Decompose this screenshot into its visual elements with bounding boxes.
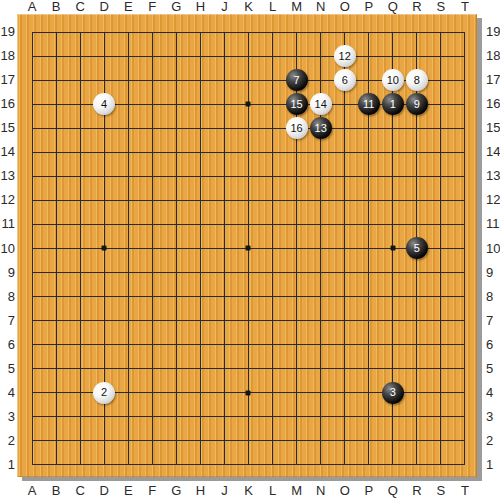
board-intersection[interactable] bbox=[309, 212, 333, 236]
board-intersection[interactable] bbox=[188, 116, 212, 140]
board-intersection[interactable] bbox=[164, 20, 188, 44]
board-intersection[interactable] bbox=[453, 285, 477, 309]
board-intersection[interactable] bbox=[140, 140, 164, 164]
board-intersection[interactable] bbox=[357, 261, 381, 285]
board-intersection[interactable] bbox=[116, 116, 140, 140]
board-intersection[interactable] bbox=[116, 429, 140, 453]
board-intersection[interactable] bbox=[188, 92, 212, 116]
board-intersection[interactable] bbox=[261, 164, 285, 188]
board-intersection[interactable] bbox=[116, 188, 140, 212]
board-intersection[interactable] bbox=[261, 68, 285, 92]
board-intersection[interactable] bbox=[140, 261, 164, 285]
board-intersection[interactable] bbox=[188, 140, 212, 164]
board-intersection[interactable] bbox=[20, 20, 44, 44]
board-intersection[interactable] bbox=[164, 261, 188, 285]
board-intersection[interactable] bbox=[285, 212, 309, 236]
board-intersection[interactable] bbox=[164, 429, 188, 453]
board-intersection[interactable] bbox=[68, 333, 92, 357]
board-intersection[interactable] bbox=[164, 381, 188, 405]
board-intersection[interactable]: 7 bbox=[285, 68, 309, 92]
board-intersection[interactable] bbox=[92, 309, 116, 333]
board-intersection[interactable] bbox=[20, 453, 44, 477]
board-intersection[interactable] bbox=[164, 44, 188, 68]
board-intersection[interactable] bbox=[429, 357, 453, 381]
board-intersection[interactable] bbox=[261, 285, 285, 309]
board-intersection[interactable] bbox=[44, 333, 68, 357]
board-intersection[interactable] bbox=[357, 188, 381, 212]
board-intersection[interactable] bbox=[357, 20, 381, 44]
board-intersection[interactable] bbox=[236, 140, 260, 164]
board-intersection[interactable] bbox=[236, 309, 260, 333]
board-intersection[interactable] bbox=[261, 405, 285, 429]
board-intersection[interactable] bbox=[309, 333, 333, 357]
board-intersection[interactable]: 10 bbox=[381, 68, 405, 92]
board-intersection[interactable] bbox=[140, 164, 164, 188]
board-intersection[interactable] bbox=[20, 261, 44, 285]
board-intersection[interactable] bbox=[44, 116, 68, 140]
board-intersection[interactable] bbox=[212, 20, 236, 44]
board-intersection[interactable] bbox=[212, 261, 236, 285]
board-intersection[interactable] bbox=[357, 44, 381, 68]
board-intersection[interactable] bbox=[333, 381, 357, 405]
board-intersection[interactable] bbox=[309, 140, 333, 164]
board-intersection[interactable] bbox=[20, 285, 44, 309]
board-intersection[interactable] bbox=[92, 116, 116, 140]
board-intersection[interactable] bbox=[44, 236, 68, 260]
board-intersection[interactable] bbox=[405, 164, 429, 188]
board-intersection[interactable] bbox=[333, 357, 357, 381]
board-intersection[interactable] bbox=[188, 261, 212, 285]
board-intersection[interactable]: 14 bbox=[309, 92, 333, 116]
board-intersection[interactable] bbox=[92, 188, 116, 212]
board-intersection[interactable] bbox=[261, 212, 285, 236]
board-intersection[interactable] bbox=[44, 453, 68, 477]
board-intersection[interactable] bbox=[140, 429, 164, 453]
board-intersection[interactable] bbox=[92, 333, 116, 357]
board-intersection[interactable] bbox=[44, 212, 68, 236]
board-intersection[interactable] bbox=[116, 164, 140, 188]
board-intersection[interactable] bbox=[333, 285, 357, 309]
board-intersection[interactable] bbox=[381, 140, 405, 164]
board-intersection[interactable] bbox=[164, 116, 188, 140]
board-intersection[interactable] bbox=[309, 405, 333, 429]
board-intersection[interactable] bbox=[429, 453, 453, 477]
board-intersection[interactable] bbox=[309, 164, 333, 188]
board-intersection[interactable] bbox=[164, 309, 188, 333]
board-intersection[interactable] bbox=[140, 212, 164, 236]
board-intersection[interactable] bbox=[20, 309, 44, 333]
board-intersection[interactable] bbox=[92, 164, 116, 188]
board-intersection[interactable] bbox=[381, 429, 405, 453]
board-intersection[interactable] bbox=[164, 236, 188, 260]
board-intersection[interactable] bbox=[92, 140, 116, 164]
board-intersection[interactable] bbox=[309, 44, 333, 68]
board-intersection[interactable] bbox=[20, 405, 44, 429]
board-intersection[interactable] bbox=[68, 212, 92, 236]
board-intersection[interactable] bbox=[357, 381, 381, 405]
board-intersection[interactable] bbox=[20, 68, 44, 92]
board-intersection[interactable] bbox=[405, 140, 429, 164]
board-intersection[interactable] bbox=[381, 236, 405, 260]
board-intersection[interactable] bbox=[333, 140, 357, 164]
board-intersection[interactable] bbox=[92, 405, 116, 429]
board-intersection[interactable] bbox=[357, 405, 381, 429]
board-intersection[interactable] bbox=[212, 116, 236, 140]
board-intersection[interactable] bbox=[236, 357, 260, 381]
board-intersection[interactable] bbox=[261, 381, 285, 405]
board-intersection[interactable] bbox=[116, 212, 140, 236]
board-intersection[interactable] bbox=[188, 212, 212, 236]
board-intersection[interactable] bbox=[333, 20, 357, 44]
board-intersection[interactable] bbox=[261, 453, 285, 477]
board-intersection[interactable] bbox=[44, 381, 68, 405]
board-intersection[interactable] bbox=[116, 453, 140, 477]
board-intersection[interactable] bbox=[309, 429, 333, 453]
board-intersection[interactable] bbox=[285, 164, 309, 188]
board-intersection[interactable]: 1 bbox=[381, 92, 405, 116]
board-intersection[interactable] bbox=[236, 453, 260, 477]
board-intersection[interactable] bbox=[429, 405, 453, 429]
board-intersection[interactable] bbox=[116, 285, 140, 309]
board-intersection[interactable] bbox=[236, 44, 260, 68]
board-intersection[interactable] bbox=[405, 381, 429, 405]
board-intersection[interactable]: 11 bbox=[357, 92, 381, 116]
board-intersection[interactable] bbox=[188, 357, 212, 381]
board-intersection[interactable] bbox=[381, 333, 405, 357]
board-intersection[interactable] bbox=[285, 236, 309, 260]
board-intersection[interactable] bbox=[44, 429, 68, 453]
board-intersection[interactable] bbox=[236, 68, 260, 92]
board-intersection[interactable] bbox=[20, 140, 44, 164]
board-intersection[interactable] bbox=[212, 44, 236, 68]
board-intersection[interactable] bbox=[261, 188, 285, 212]
board-intersection[interactable] bbox=[453, 116, 477, 140]
board-intersection[interactable] bbox=[285, 140, 309, 164]
board-intersection[interactable] bbox=[357, 453, 381, 477]
board-intersection[interactable] bbox=[212, 236, 236, 260]
board-intersection[interactable] bbox=[357, 140, 381, 164]
board-intersection[interactable] bbox=[68, 188, 92, 212]
board-intersection[interactable] bbox=[188, 405, 212, 429]
board-intersection[interactable] bbox=[405, 285, 429, 309]
board-intersection[interactable] bbox=[188, 44, 212, 68]
board-intersection[interactable] bbox=[285, 188, 309, 212]
board-intersection[interactable] bbox=[44, 92, 68, 116]
board-intersection[interactable] bbox=[405, 44, 429, 68]
board-intersection[interactable] bbox=[164, 285, 188, 309]
board-intersection[interactable] bbox=[164, 68, 188, 92]
board-intersection[interactable] bbox=[429, 212, 453, 236]
board-intersection[interactable] bbox=[429, 236, 453, 260]
board-intersection[interactable] bbox=[68, 92, 92, 116]
board-intersection[interactable] bbox=[381, 188, 405, 212]
board-intersection[interactable] bbox=[92, 357, 116, 381]
board-intersection[interactable] bbox=[357, 429, 381, 453]
board-intersection[interactable] bbox=[309, 261, 333, 285]
board-intersection[interactable] bbox=[20, 164, 44, 188]
board-intersection[interactable] bbox=[429, 309, 453, 333]
board-intersection[interactable] bbox=[429, 333, 453, 357]
board-intersection[interactable] bbox=[309, 20, 333, 44]
board-intersection[interactable] bbox=[261, 261, 285, 285]
board-intersection[interactable]: 12 bbox=[333, 44, 357, 68]
board-intersection[interactable] bbox=[405, 261, 429, 285]
board-intersection[interactable] bbox=[333, 333, 357, 357]
board-intersection[interactable] bbox=[405, 309, 429, 333]
board-intersection[interactable] bbox=[333, 309, 357, 333]
board-intersection[interactable] bbox=[44, 188, 68, 212]
board-intersection[interactable] bbox=[261, 116, 285, 140]
board-intersection[interactable] bbox=[68, 357, 92, 381]
board-intersection[interactable] bbox=[453, 20, 477, 44]
board-intersection[interactable] bbox=[188, 381, 212, 405]
board-intersection[interactable] bbox=[381, 116, 405, 140]
board-intersection[interactable]: 5 bbox=[405, 236, 429, 260]
board-intersection[interactable] bbox=[261, 236, 285, 260]
board-intersection[interactable] bbox=[116, 261, 140, 285]
board-intersection[interactable] bbox=[357, 309, 381, 333]
board-intersection[interactable] bbox=[188, 333, 212, 357]
board-intersection[interactable] bbox=[164, 212, 188, 236]
board-intersection[interactable] bbox=[164, 333, 188, 357]
board-intersection[interactable] bbox=[140, 453, 164, 477]
board-intersection[interactable] bbox=[285, 453, 309, 477]
board-intersection[interactable] bbox=[92, 261, 116, 285]
board-intersection[interactable] bbox=[44, 285, 68, 309]
board-intersection[interactable] bbox=[212, 285, 236, 309]
board-intersection[interactable] bbox=[405, 20, 429, 44]
board-intersection[interactable] bbox=[429, 92, 453, 116]
board-intersection[interactable] bbox=[188, 68, 212, 92]
board-intersection[interactable] bbox=[164, 405, 188, 429]
board-intersection[interactable] bbox=[140, 405, 164, 429]
board-intersection[interactable] bbox=[188, 429, 212, 453]
board-intersection[interactable] bbox=[309, 381, 333, 405]
board-intersection[interactable] bbox=[68, 405, 92, 429]
board-intersection[interactable] bbox=[92, 236, 116, 260]
board-intersection[interactable]: 16 bbox=[285, 116, 309, 140]
board-intersection[interactable] bbox=[212, 429, 236, 453]
board-intersection[interactable] bbox=[44, 44, 68, 68]
board-intersection[interactable] bbox=[236, 333, 260, 357]
board-intersection[interactable] bbox=[333, 164, 357, 188]
board-intersection[interactable] bbox=[333, 116, 357, 140]
board-intersection[interactable] bbox=[68, 164, 92, 188]
board-intersection[interactable]: 2 bbox=[92, 381, 116, 405]
board-intersection[interactable] bbox=[261, 140, 285, 164]
board-intersection[interactable] bbox=[309, 188, 333, 212]
board-intersection[interactable]: 9 bbox=[405, 92, 429, 116]
board-intersection[interactable] bbox=[285, 405, 309, 429]
board-intersection[interactable] bbox=[429, 381, 453, 405]
board-intersection[interactable] bbox=[333, 453, 357, 477]
board-intersection[interactable] bbox=[92, 20, 116, 44]
board-intersection[interactable] bbox=[116, 309, 140, 333]
board-intersection[interactable] bbox=[381, 453, 405, 477]
board-intersection[interactable] bbox=[68, 116, 92, 140]
board-intersection[interactable] bbox=[92, 44, 116, 68]
board-intersection[interactable] bbox=[429, 116, 453, 140]
board-intersection[interactable] bbox=[453, 405, 477, 429]
board-intersection[interactable]: 4 bbox=[92, 92, 116, 116]
board-intersection[interactable] bbox=[20, 92, 44, 116]
board-intersection[interactable] bbox=[453, 164, 477, 188]
board-intersection[interactable] bbox=[68, 68, 92, 92]
board-intersection[interactable] bbox=[116, 236, 140, 260]
board-intersection[interactable] bbox=[405, 453, 429, 477]
board-intersection[interactable] bbox=[236, 285, 260, 309]
board-intersection[interactable] bbox=[381, 309, 405, 333]
board-intersection[interactable] bbox=[261, 333, 285, 357]
board-intersection[interactable] bbox=[116, 381, 140, 405]
board-intersection[interactable] bbox=[68, 261, 92, 285]
board-intersection[interactable] bbox=[285, 357, 309, 381]
board-intersection[interactable] bbox=[236, 212, 260, 236]
board-intersection[interactable] bbox=[453, 188, 477, 212]
board-intersection[interactable] bbox=[212, 357, 236, 381]
board-intersection[interactable] bbox=[188, 236, 212, 260]
board-intersection[interactable] bbox=[140, 381, 164, 405]
board-intersection[interactable] bbox=[44, 20, 68, 44]
board-intersection[interactable] bbox=[236, 20, 260, 44]
board-intersection[interactable] bbox=[453, 453, 477, 477]
board-intersection[interactable] bbox=[212, 188, 236, 212]
board-intersection[interactable] bbox=[453, 309, 477, 333]
board-intersection[interactable] bbox=[212, 212, 236, 236]
board-intersection[interactable] bbox=[68, 309, 92, 333]
board-intersection[interactable] bbox=[20, 381, 44, 405]
board-intersection[interactable] bbox=[405, 116, 429, 140]
board-intersection[interactable] bbox=[140, 357, 164, 381]
board-intersection[interactable] bbox=[429, 68, 453, 92]
board-intersection[interactable] bbox=[333, 429, 357, 453]
board-intersection[interactable] bbox=[429, 20, 453, 44]
board-intersection[interactable] bbox=[381, 164, 405, 188]
board-intersection[interactable] bbox=[116, 92, 140, 116]
board-intersection[interactable] bbox=[188, 164, 212, 188]
board-intersection[interactable] bbox=[429, 44, 453, 68]
board-intersection[interactable] bbox=[381, 285, 405, 309]
board-intersection[interactable] bbox=[453, 44, 477, 68]
board-intersection[interactable] bbox=[333, 405, 357, 429]
board-intersection[interactable] bbox=[164, 453, 188, 477]
board-intersection[interactable] bbox=[357, 116, 381, 140]
board-intersection[interactable] bbox=[92, 68, 116, 92]
board-intersection[interactable] bbox=[333, 212, 357, 236]
board-intersection[interactable] bbox=[405, 357, 429, 381]
board-intersection[interactable]: 8 bbox=[405, 68, 429, 92]
board-intersection[interactable] bbox=[381, 261, 405, 285]
board-intersection[interactable] bbox=[453, 429, 477, 453]
board-intersection[interactable] bbox=[381, 212, 405, 236]
board-intersection[interactable] bbox=[309, 453, 333, 477]
board-intersection[interactable] bbox=[188, 285, 212, 309]
board-intersection[interactable] bbox=[140, 44, 164, 68]
board-intersection[interactable] bbox=[44, 357, 68, 381]
board-intersection[interactable]: 3 bbox=[381, 381, 405, 405]
board-intersection[interactable] bbox=[309, 309, 333, 333]
board-intersection[interactable] bbox=[20, 44, 44, 68]
board-intersection[interactable] bbox=[453, 68, 477, 92]
board-intersection[interactable] bbox=[285, 285, 309, 309]
board-intersection[interactable] bbox=[236, 188, 260, 212]
board-intersection[interactable] bbox=[381, 405, 405, 429]
board-intersection[interactable] bbox=[285, 333, 309, 357]
board-intersection[interactable] bbox=[405, 405, 429, 429]
board-intersection[interactable] bbox=[405, 429, 429, 453]
board-intersection[interactable] bbox=[68, 20, 92, 44]
board-intersection[interactable] bbox=[68, 140, 92, 164]
board-intersection[interactable] bbox=[212, 92, 236, 116]
board-intersection[interactable] bbox=[429, 140, 453, 164]
board-intersection[interactable] bbox=[212, 140, 236, 164]
board-intersection[interactable] bbox=[188, 188, 212, 212]
board-intersection[interactable] bbox=[381, 357, 405, 381]
board-intersection[interactable] bbox=[309, 285, 333, 309]
board-intersection[interactable] bbox=[164, 92, 188, 116]
board-intersection[interactable] bbox=[261, 357, 285, 381]
board-intersection[interactable]: 15 bbox=[285, 92, 309, 116]
board-intersection[interactable] bbox=[236, 164, 260, 188]
board-intersection[interactable]: 6 bbox=[333, 68, 357, 92]
board-intersection[interactable] bbox=[285, 261, 309, 285]
board-intersection[interactable] bbox=[429, 188, 453, 212]
board-intersection[interactable] bbox=[44, 140, 68, 164]
board-intersection[interactable] bbox=[357, 357, 381, 381]
board-intersection[interactable] bbox=[92, 453, 116, 477]
board-intersection[interactable] bbox=[429, 164, 453, 188]
board-intersection[interactable] bbox=[20, 188, 44, 212]
board-intersection[interactable] bbox=[333, 92, 357, 116]
board-intersection[interactable] bbox=[261, 429, 285, 453]
board-intersection[interactable] bbox=[164, 164, 188, 188]
board-intersection[interactable] bbox=[309, 357, 333, 381]
board-intersection[interactable] bbox=[44, 309, 68, 333]
board-intersection[interactable] bbox=[285, 44, 309, 68]
board-intersection[interactable] bbox=[116, 68, 140, 92]
board-intersection[interactable] bbox=[20, 357, 44, 381]
board-intersection[interactable] bbox=[453, 357, 477, 381]
board-intersection[interactable] bbox=[381, 20, 405, 44]
board-intersection[interactable] bbox=[20, 333, 44, 357]
board-intersection[interactable] bbox=[309, 68, 333, 92]
board-intersection[interactable] bbox=[285, 309, 309, 333]
board-intersection[interactable] bbox=[261, 92, 285, 116]
board-intersection[interactable] bbox=[261, 20, 285, 44]
board-intersection[interactable] bbox=[92, 212, 116, 236]
board-intersection[interactable] bbox=[236, 261, 260, 285]
board-intersection[interactable] bbox=[405, 333, 429, 357]
board-intersection[interactable] bbox=[357, 68, 381, 92]
board-intersection[interactable] bbox=[453, 236, 477, 260]
board-intersection[interactable] bbox=[140, 236, 164, 260]
board-intersection[interactable] bbox=[212, 309, 236, 333]
board-intersection[interactable] bbox=[20, 429, 44, 453]
board-intersection[interactable] bbox=[357, 236, 381, 260]
board-intersection[interactable] bbox=[20, 212, 44, 236]
board-intersection[interactable] bbox=[140, 116, 164, 140]
board-intersection[interactable] bbox=[333, 236, 357, 260]
board-intersection[interactable] bbox=[68, 44, 92, 68]
board-intersection[interactable] bbox=[285, 429, 309, 453]
board-intersection[interactable] bbox=[116, 20, 140, 44]
board-intersection[interactable] bbox=[405, 188, 429, 212]
board-intersection[interactable] bbox=[212, 381, 236, 405]
board-intersection[interactable] bbox=[116, 357, 140, 381]
board-intersection[interactable] bbox=[357, 164, 381, 188]
board-intersection[interactable] bbox=[357, 212, 381, 236]
board-intersection[interactable] bbox=[68, 453, 92, 477]
